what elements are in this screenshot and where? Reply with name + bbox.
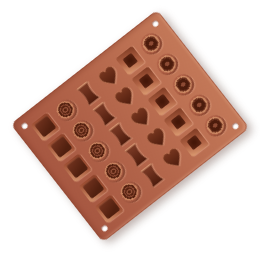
product-photo-scene	[0, 0, 260, 260]
mold-grid	[26, 25, 234, 227]
silicone-mold	[11, 10, 250, 243]
